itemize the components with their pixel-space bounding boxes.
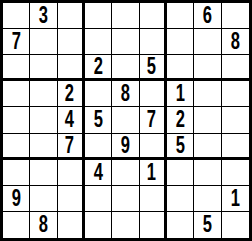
cell-r7c4[interactable]: 4 bbox=[85, 160, 112, 186]
cell-r1c9[interactable] bbox=[222, 3, 249, 29]
given-digit: 7 bbox=[147, 108, 156, 131]
cell-r6c9[interactable] bbox=[222, 134, 249, 160]
given-digit: 1 bbox=[176, 82, 185, 105]
cell-r5c5[interactable] bbox=[112, 107, 139, 133]
cell-r1c8[interactable]: 6 bbox=[194, 3, 221, 29]
cell-r5c7[interactable]: 2 bbox=[167, 107, 194, 133]
cell-r3c9[interactable] bbox=[222, 55, 249, 81]
cell-r9c5[interactable] bbox=[112, 212, 139, 238]
cell-r4c9[interactable] bbox=[222, 81, 249, 107]
given-digit: 6 bbox=[203, 4, 212, 27]
cell-r4c7[interactable]: 1 bbox=[167, 81, 194, 107]
cell-r8c1[interactable]: 9 bbox=[3, 186, 30, 212]
cell-r7c6[interactable]: 1 bbox=[140, 160, 167, 186]
cell-r4c5[interactable]: 8 bbox=[112, 81, 139, 107]
cell-r2c1[interactable]: 7 bbox=[3, 29, 30, 55]
cell-r6c3[interactable]: 7 bbox=[58, 134, 85, 160]
cell-r6c8[interactable] bbox=[194, 134, 221, 160]
given-digit: 2 bbox=[65, 82, 74, 105]
cell-r5c9[interactable] bbox=[222, 107, 249, 133]
cell-r2c7[interactable] bbox=[167, 29, 194, 55]
cell-r4c8[interactable] bbox=[194, 81, 221, 107]
cell-r4c2[interactable] bbox=[30, 81, 57, 107]
given-digit: 1 bbox=[147, 161, 156, 184]
cell-r7c5[interactable] bbox=[112, 160, 139, 186]
given-digit: 8 bbox=[39, 213, 48, 236]
cell-r4c3[interactable]: 2 bbox=[58, 81, 85, 107]
cell-r5c1[interactable] bbox=[3, 107, 30, 133]
given-digit: 9 bbox=[12, 187, 21, 210]
cell-r7c3[interactable] bbox=[58, 160, 85, 186]
cell-r1c2[interactable]: 3 bbox=[30, 3, 57, 29]
cell-r9c1[interactable] bbox=[3, 212, 30, 238]
cell-r5c4[interactable]: 5 bbox=[85, 107, 112, 133]
cell-r8c8[interactable] bbox=[194, 186, 221, 212]
cell-r2c2[interactable] bbox=[30, 29, 57, 55]
given-digit: 5 bbox=[147, 55, 156, 78]
cell-r1c7[interactable] bbox=[167, 3, 194, 29]
cell-r3c5[interactable] bbox=[112, 55, 139, 81]
cell-r4c4[interactable] bbox=[85, 81, 112, 107]
cell-r8c2[interactable] bbox=[30, 186, 57, 212]
cell-r7c8[interactable] bbox=[194, 160, 221, 186]
cell-r6c6[interactable] bbox=[140, 134, 167, 160]
cell-r2c6[interactable] bbox=[140, 29, 167, 55]
cell-r3c4[interactable]: 2 bbox=[85, 55, 112, 81]
cell-r8c3[interactable] bbox=[58, 186, 85, 212]
cell-r5c2[interactable] bbox=[30, 107, 57, 133]
cell-r5c8[interactable] bbox=[194, 107, 221, 133]
cell-r9c9[interactable] bbox=[222, 212, 249, 238]
cell-r3c1[interactable] bbox=[3, 55, 30, 81]
cell-r3c8[interactable] bbox=[194, 55, 221, 81]
given-digit: 9 bbox=[121, 134, 130, 157]
cell-r8c9[interactable]: 1 bbox=[222, 186, 249, 212]
cell-r5c6[interactable]: 7 bbox=[140, 107, 167, 133]
cell-r2c5[interactable] bbox=[112, 29, 139, 55]
cell-r3c3[interactable] bbox=[58, 55, 85, 81]
given-digit: 2 bbox=[94, 55, 103, 78]
cell-r7c2[interactable] bbox=[30, 160, 57, 186]
given-digit: 8 bbox=[121, 82, 130, 105]
cell-r9c4[interactable] bbox=[85, 212, 112, 238]
cell-r2c3[interactable] bbox=[58, 29, 85, 55]
cell-r6c7[interactable]: 5 bbox=[167, 134, 194, 160]
given-digit: 5 bbox=[203, 213, 212, 236]
cell-r5c3[interactable]: 4 bbox=[58, 107, 85, 133]
given-digit: 3 bbox=[39, 4, 48, 27]
given-digit: 4 bbox=[94, 161, 103, 184]
cell-r7c9[interactable] bbox=[222, 160, 249, 186]
given-digit: 1 bbox=[231, 187, 240, 210]
cell-r9c2[interactable]: 8 bbox=[30, 212, 57, 238]
cell-r9c7[interactable] bbox=[167, 212, 194, 238]
cell-r1c4[interactable] bbox=[85, 3, 112, 29]
cell-r8c4[interactable] bbox=[85, 186, 112, 212]
cell-r7c1[interactable] bbox=[3, 160, 30, 186]
given-digit: 7 bbox=[12, 30, 21, 53]
given-digit: 2 bbox=[176, 108, 185, 131]
cell-r2c4[interactable] bbox=[85, 29, 112, 55]
cell-r9c8[interactable]: 5 bbox=[194, 212, 221, 238]
cell-r1c6[interactable] bbox=[140, 3, 167, 29]
cell-r4c6[interactable] bbox=[140, 81, 167, 107]
cell-r8c7[interactable] bbox=[167, 186, 194, 212]
cell-r8c5[interactable] bbox=[112, 186, 139, 212]
sudoku-board: 3678252814572795419185 bbox=[0, 0, 252, 241]
cell-r9c6[interactable] bbox=[140, 212, 167, 238]
cell-r3c6[interactable]: 5 bbox=[140, 55, 167, 81]
sudoku-puzzle: 3678252814572795419185 bbox=[0, 0, 252, 241]
cell-r9c3[interactable] bbox=[58, 212, 85, 238]
cell-r7c7[interactable] bbox=[167, 160, 194, 186]
cell-r6c5[interactable]: 9 bbox=[112, 134, 139, 160]
cell-r2c8[interactable] bbox=[194, 29, 221, 55]
cell-r6c4[interactable] bbox=[85, 134, 112, 160]
cell-r3c7[interactable] bbox=[167, 55, 194, 81]
cell-r6c2[interactable] bbox=[30, 134, 57, 160]
given-digit: 5 bbox=[176, 134, 185, 157]
given-digit: 4 bbox=[65, 108, 74, 131]
given-digit: 7 bbox=[65, 134, 74, 157]
given-digit: 8 bbox=[231, 30, 240, 53]
cell-r2c9[interactable]: 8 bbox=[222, 29, 249, 55]
cell-r6c1[interactable] bbox=[3, 134, 30, 160]
cell-r1c1[interactable] bbox=[3, 3, 30, 29]
cell-r1c5[interactable] bbox=[112, 3, 139, 29]
cell-r4c1[interactable] bbox=[3, 81, 30, 107]
cell-r8c6[interactable] bbox=[140, 186, 167, 212]
cell-r3c2[interactable] bbox=[30, 55, 57, 81]
given-digit: 5 bbox=[94, 108, 103, 131]
cell-r1c3[interactable] bbox=[58, 3, 85, 29]
